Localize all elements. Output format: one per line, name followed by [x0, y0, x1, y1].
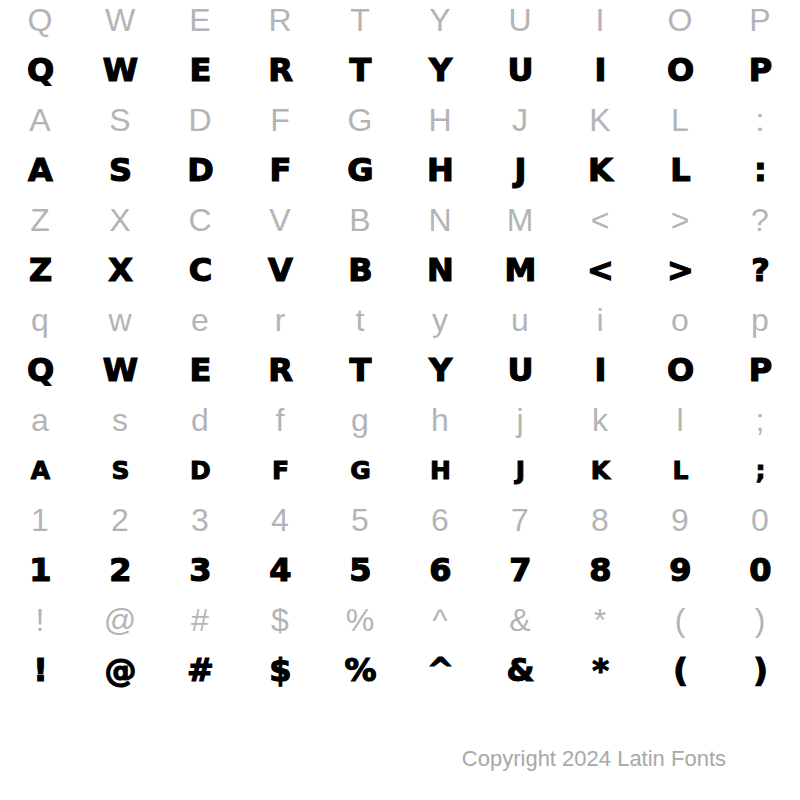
reference-char: H [400, 100, 480, 140]
glyph-char: H [400, 140, 480, 200]
glyph-char: & [480, 640, 560, 700]
glyph-char: F [240, 140, 320, 200]
reference-char: J [480, 100, 560, 140]
glyph-char: O [640, 340, 720, 400]
reference-row-12: !@#$%^&*() [0, 600, 800, 640]
glyph-char: 1 [0, 540, 80, 600]
glyph-row-3: ASDFGHJKL: [0, 140, 800, 200]
reference-char: N [400, 200, 480, 240]
reference-char: ! [0, 600, 80, 640]
reference-char: D [160, 100, 240, 140]
reference-char: : [720, 100, 800, 140]
reference-char: ? [720, 200, 800, 240]
glyph-char: 5 [320, 540, 400, 600]
glyph-char: 7 [480, 540, 560, 600]
glyph-char: Q [0, 340, 80, 400]
reference-char: y [400, 300, 480, 340]
glyph-char: T [320, 340, 400, 400]
glyph-row-9: ASDFGHJKL; [0, 440, 800, 500]
glyph-char: # [160, 640, 240, 700]
glyph-char: J [480, 140, 560, 200]
glyph-char: ; [720, 440, 800, 500]
reference-char: k [560, 400, 640, 440]
glyph-char: T [320, 40, 400, 100]
footer: Copyright 2024 Latin Fonts [0, 744, 800, 774]
glyph-char: 8 [560, 540, 640, 600]
reference-char: Z [0, 200, 80, 240]
reference-char: s [80, 400, 160, 440]
reference-char: E [160, 0, 240, 40]
glyph-char: ! [0, 640, 80, 700]
reference-char: e [160, 300, 240, 340]
glyph-char: ? [720, 240, 800, 300]
reference-char: < [560, 200, 640, 240]
reference-char: I [560, 0, 640, 40]
reference-row-8: asdfghjkl; [0, 400, 800, 440]
glyph-char: < [560, 240, 640, 300]
glyph-char: L [640, 140, 720, 200]
reference-row-6: qwertyuiop [0, 300, 800, 340]
glyph-char: J [480, 440, 560, 500]
glyph-char: : [720, 140, 800, 200]
reference-char: K [560, 100, 640, 140]
glyph-char: R [240, 40, 320, 100]
glyph-row-7: QWERTYUIOP [0, 340, 800, 400]
copyright-text: Copyright 2024 Latin Fonts [462, 746, 726, 771]
reference-char: % [320, 600, 400, 640]
reference-char: 3 [160, 500, 240, 540]
glyph-row-13: !@#$%^&*() [0, 640, 800, 700]
glyph-char: P [720, 40, 800, 100]
reference-row-0: QWERTYUIOP [0, 0, 800, 40]
reference-char: G [320, 100, 400, 140]
reference-char: ( [640, 600, 720, 640]
reference-char: d [160, 400, 240, 440]
reference-char: X [80, 200, 160, 240]
reference-char: & [480, 600, 560, 640]
reference-char: O [640, 0, 720, 40]
reference-char: 4 [240, 500, 320, 540]
glyph-char: 9 [640, 540, 720, 600]
reference-char: ^ [400, 600, 480, 640]
reference-char: f [240, 400, 320, 440]
glyph-char: R [240, 340, 320, 400]
reference-char: 2 [80, 500, 160, 540]
glyph-char: W [80, 40, 160, 100]
glyph-char: 3 [160, 540, 240, 600]
glyph-char: O [640, 40, 720, 100]
glyph-char: 4 [240, 540, 320, 600]
glyph-char: A [0, 140, 80, 200]
glyph-char: > [640, 240, 720, 300]
reference-char: 7 [480, 500, 560, 540]
reference-char: i [560, 300, 640, 340]
glyph-char: C [160, 240, 240, 300]
glyph-char: 2 [80, 540, 160, 600]
reference-char: a [0, 400, 80, 440]
glyph-char: Y [400, 40, 480, 100]
glyph-char: 6 [400, 540, 480, 600]
reference-char: R [240, 0, 320, 40]
reference-char: q [0, 300, 80, 340]
glyph-char: K [560, 140, 640, 200]
reference-char: U [480, 0, 560, 40]
glyph-row-5: ZXCVBNM<>? [0, 240, 800, 300]
reference-char: 5 [320, 500, 400, 540]
reference-char: r [240, 300, 320, 340]
reference-char: 6 [400, 500, 480, 540]
glyph-char: Z [0, 240, 80, 300]
glyph-char: U [480, 40, 560, 100]
reference-char: p [720, 300, 800, 340]
glyph-char: M [480, 240, 560, 300]
glyph-char: V [240, 240, 320, 300]
glyph-char: S [80, 440, 160, 500]
reference-char: C [160, 200, 240, 240]
glyph-char: S [80, 140, 160, 200]
reference-char: Y [400, 0, 480, 40]
glyph-row-11: 1234567890 [0, 540, 800, 600]
glyph-char: F [240, 440, 320, 500]
glyph-char: U [480, 340, 560, 400]
reference-char: Q [0, 0, 80, 40]
reference-char: L [640, 100, 720, 140]
reference-char: * [560, 600, 640, 640]
reference-char: w [80, 300, 160, 340]
reference-char: 9 [640, 500, 720, 540]
reference-char: F [240, 100, 320, 140]
character-grid: QWERTYUIOPQWERTYUIOPASDFGHJKL:ASDFGHJKL:… [0, 0, 800, 700]
reference-row-2: ASDFGHJKL: [0, 100, 800, 140]
reference-char: $ [240, 600, 320, 640]
glyph-char: E [160, 340, 240, 400]
glyph-char: G [320, 140, 400, 200]
glyph-char: K [560, 440, 640, 500]
glyph-char: $ [240, 640, 320, 700]
glyph-char: A [0, 440, 80, 500]
reference-char: @ [80, 600, 160, 640]
glyph-char: I [560, 40, 640, 100]
glyph-char: W [80, 340, 160, 400]
glyph-char: G [320, 440, 400, 500]
reference-char: 8 [560, 500, 640, 540]
reference-char: P [720, 0, 800, 40]
glyph-char: L [640, 440, 720, 500]
reference-char: S [80, 100, 160, 140]
glyph-char: 0 [720, 540, 800, 600]
glyph-char: Q [0, 40, 80, 100]
glyph-char: ( [640, 640, 720, 700]
reference-char: # [160, 600, 240, 640]
reference-char: A [0, 100, 80, 140]
reference-char: 0 [720, 500, 800, 540]
glyph-char: % [320, 640, 400, 700]
reference-row-4: ZXCVBNM<>? [0, 200, 800, 240]
glyph-char: D [160, 140, 240, 200]
glyph-char: I [560, 340, 640, 400]
glyph-char: ^ [400, 640, 480, 700]
glyph-char: * [560, 640, 640, 700]
reference-char: l [640, 400, 720, 440]
glyph-char: @ [80, 640, 160, 700]
reference-char: j [480, 400, 560, 440]
reference-char: 1 [0, 500, 80, 540]
reference-row-10: 1234567890 [0, 500, 800, 540]
glyph-char: X [80, 240, 160, 300]
reference-char: W [80, 0, 160, 40]
reference-char: M [480, 200, 560, 240]
glyph-char: N [400, 240, 480, 300]
glyph-char: Y [400, 340, 480, 400]
reference-char: ) [720, 600, 800, 640]
reference-char: ; [720, 400, 800, 440]
glyph-char: E [160, 40, 240, 100]
reference-char: B [320, 200, 400, 240]
reference-char: t [320, 300, 400, 340]
reference-char: > [640, 200, 720, 240]
reference-char: o [640, 300, 720, 340]
reference-char: h [400, 400, 480, 440]
reference-char: T [320, 0, 400, 40]
glyph-char: H [400, 440, 480, 500]
glyph-char: D [160, 440, 240, 500]
glyph-row-1: QWERTYUIOP [0, 40, 800, 100]
reference-char: g [320, 400, 400, 440]
reference-char: V [240, 200, 320, 240]
glyph-char: B [320, 240, 400, 300]
glyph-char: ) [720, 640, 800, 700]
reference-char: u [480, 300, 560, 340]
glyph-char: P [720, 340, 800, 400]
